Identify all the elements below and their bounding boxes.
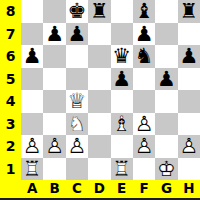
square-d5[interactable] bbox=[88, 68, 110, 91]
square-e5[interactable] bbox=[111, 68, 133, 91]
square-d6[interactable] bbox=[88, 45, 110, 68]
piece-black-rook[interactable] bbox=[88, 0, 110, 23]
piece-white-rook[interactable] bbox=[111, 158, 133, 181]
file-label-d: D bbox=[88, 180, 110, 198]
square-h8[interactable] bbox=[178, 0, 200, 23]
square-e3[interactable] bbox=[111, 113, 133, 136]
square-c8[interactable] bbox=[66, 0, 88, 23]
rank-label-5: 5 bbox=[0, 68, 21, 91]
square-c7[interactable] bbox=[66, 23, 88, 46]
file-label-b: B bbox=[43, 180, 65, 198]
square-b1[interactable] bbox=[43, 158, 65, 181]
square-f5[interactable] bbox=[133, 68, 155, 91]
file-label-h: H bbox=[178, 180, 200, 198]
square-h7[interactable] bbox=[178, 23, 200, 46]
square-e1[interactable] bbox=[111, 158, 133, 181]
square-h2[interactable] bbox=[178, 135, 200, 158]
piece-black-pawn[interactable] bbox=[21, 45, 43, 68]
rank-label-6: 6 bbox=[0, 45, 21, 68]
square-g8[interactable] bbox=[155, 0, 177, 23]
square-g6[interactable] bbox=[155, 45, 177, 68]
piece-black-pawn[interactable] bbox=[111, 68, 133, 91]
square-d4[interactable] bbox=[88, 90, 110, 113]
square-g2[interactable] bbox=[155, 135, 177, 158]
square-f2[interactable] bbox=[133, 135, 155, 158]
square-b2[interactable] bbox=[43, 135, 65, 158]
rank-label-3: 3 bbox=[0, 113, 21, 136]
piece-black-queen[interactable] bbox=[111, 45, 133, 68]
piece-black-pawn[interactable] bbox=[66, 23, 88, 46]
square-f6[interactable] bbox=[133, 45, 155, 68]
piece-black-knight[interactable] bbox=[133, 45, 155, 68]
square-a6[interactable] bbox=[21, 45, 43, 68]
rank-label-4: 4 bbox=[0, 90, 21, 113]
square-d1[interactable] bbox=[88, 158, 110, 181]
piece-black-bishop[interactable] bbox=[133, 0, 155, 23]
square-h5[interactable] bbox=[178, 68, 200, 91]
square-a5[interactable] bbox=[21, 68, 43, 91]
piece-black-pawn[interactable] bbox=[155, 68, 177, 91]
piece-black-king[interactable] bbox=[66, 0, 88, 23]
square-c6[interactable] bbox=[66, 45, 88, 68]
square-a2[interactable] bbox=[21, 135, 43, 158]
piece-black-pawn[interactable] bbox=[178, 45, 200, 68]
file-label-a: A bbox=[21, 180, 43, 198]
square-f1[interactable] bbox=[133, 158, 155, 181]
square-g3[interactable] bbox=[155, 113, 177, 136]
chess-board: 87654321ABCDEFGH bbox=[0, 0, 200, 200]
square-c2[interactable] bbox=[66, 135, 88, 158]
rank-label-8: 8 bbox=[0, 0, 21, 23]
square-b3[interactable] bbox=[43, 113, 65, 136]
square-d3[interactable] bbox=[88, 113, 110, 136]
square-a8[interactable] bbox=[21, 0, 43, 23]
piece-white-pawn[interactable] bbox=[66, 135, 88, 158]
piece-white-bishop[interactable] bbox=[111, 113, 133, 136]
piece-white-queen[interactable] bbox=[66, 90, 88, 113]
piece-white-pawn[interactable] bbox=[133, 113, 155, 136]
square-e7[interactable] bbox=[111, 23, 133, 46]
square-e2[interactable] bbox=[111, 135, 133, 158]
square-f8[interactable] bbox=[133, 0, 155, 23]
file-label-e: E bbox=[111, 180, 133, 198]
square-a1[interactable] bbox=[21, 158, 43, 181]
piece-white-pawn[interactable] bbox=[43, 135, 65, 158]
square-h4[interactable] bbox=[178, 90, 200, 113]
square-a7[interactable] bbox=[21, 23, 43, 46]
piece-black-pawn[interactable] bbox=[43, 23, 65, 46]
piece-white-pawn[interactable] bbox=[133, 135, 155, 158]
corner-cell bbox=[0, 180, 21, 198]
piece-white-pawn[interactable] bbox=[21, 135, 43, 158]
square-h6[interactable] bbox=[178, 45, 200, 68]
piece-white-king[interactable] bbox=[155, 158, 177, 181]
square-c4[interactable] bbox=[66, 90, 88, 113]
square-b5[interactable] bbox=[43, 68, 65, 91]
square-e8[interactable] bbox=[111, 0, 133, 23]
square-f4[interactable] bbox=[133, 90, 155, 113]
square-g5[interactable] bbox=[155, 68, 177, 91]
square-g1[interactable] bbox=[155, 158, 177, 181]
piece-white-pawn[interactable] bbox=[178, 135, 200, 158]
square-d7[interactable] bbox=[88, 23, 110, 46]
square-c1[interactable] bbox=[66, 158, 88, 181]
rank-label-2: 2 bbox=[0, 135, 21, 158]
piece-black-rook[interactable] bbox=[178, 0, 200, 23]
square-f3[interactable] bbox=[133, 113, 155, 136]
square-e4[interactable] bbox=[111, 90, 133, 113]
file-label-f: F bbox=[133, 180, 155, 198]
square-d2[interactable] bbox=[88, 135, 110, 158]
square-b8[interactable] bbox=[43, 0, 65, 23]
square-g4[interactable] bbox=[155, 90, 177, 113]
square-b4[interactable] bbox=[43, 90, 65, 113]
square-b7[interactable] bbox=[43, 23, 65, 46]
rank-label-1: 1 bbox=[0, 158, 21, 181]
rank-label-7: 7 bbox=[0, 23, 21, 46]
square-g7[interactable] bbox=[155, 23, 177, 46]
square-c5[interactable] bbox=[66, 68, 88, 91]
file-label-c: C bbox=[66, 180, 88, 198]
square-d8[interactable] bbox=[88, 0, 110, 23]
square-h3[interactable] bbox=[178, 113, 200, 136]
square-f7[interactable] bbox=[133, 23, 155, 46]
square-a4[interactable] bbox=[21, 90, 43, 113]
square-e6[interactable] bbox=[111, 45, 133, 68]
square-h1[interactable] bbox=[178, 158, 200, 181]
file-label-g: G bbox=[155, 180, 177, 198]
square-a3[interactable] bbox=[21, 113, 43, 136]
piece-black-pawn[interactable] bbox=[133, 23, 155, 46]
square-b6[interactable] bbox=[43, 45, 65, 68]
piece-white-knight[interactable] bbox=[66, 113, 88, 136]
square-c3[interactable] bbox=[66, 113, 88, 136]
piece-white-rook[interactable] bbox=[21, 158, 43, 181]
